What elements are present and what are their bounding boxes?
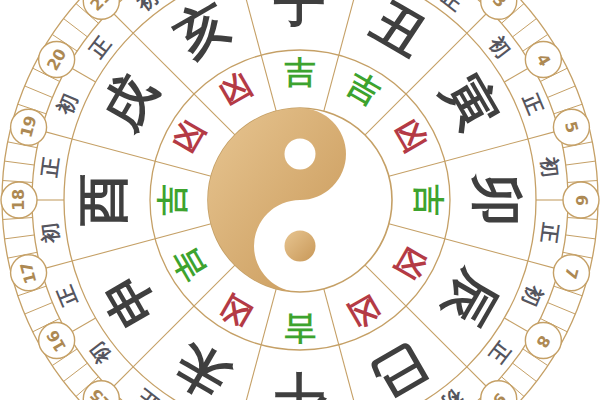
hour-circle: [39, 42, 75, 78]
tick-mark: [64, 19, 88, 37]
sector-line: [133, 265, 235, 367]
hour-circle: [563, 182, 599, 218]
hour-circle: [83, 0, 119, 19]
sector-line: [72, 139, 211, 176]
sector-line: [389, 224, 528, 261]
hour-circle: [11, 109, 47, 145]
tick-mark: [5, 235, 35, 239]
yin-yang-gold-dot: [285, 231, 316, 262]
sector-line: [389, 139, 528, 176]
sector-line: [133, 33, 235, 135]
hour-circle: [525, 323, 561, 359]
sector-line: [365, 265, 467, 367]
hour-circle: [553, 255, 589, 291]
yin-yang-white-dot: [285, 139, 316, 170]
hour-wheel: 123456789101112131415161718192021222324子…: [0, 0, 600, 400]
tick-mark: [5, 161, 35, 165]
hour-circle: [39, 323, 75, 359]
hour-circle: [1, 182, 37, 218]
sector-line: [365, 33, 467, 135]
tick-mark: [513, 19, 537, 37]
hour-circle: [481, 381, 517, 400]
tick-mark: [25, 86, 53, 97]
tick-mark: [566, 235, 596, 239]
tick-mark: [548, 303, 576, 314]
tick-mark: [548, 86, 576, 97]
tick-mark: [64, 363, 88, 381]
tick-mark: [513, 363, 537, 381]
hour-circle: [11, 255, 47, 291]
sector-line: [72, 224, 211, 261]
hour-circle: [83, 381, 119, 400]
hour-circle: [525, 42, 561, 78]
tick-mark: [25, 303, 53, 314]
hour-circle: [481, 0, 517, 19]
wheel-graphics: [0, 0, 600, 400]
yin-yang: [208, 108, 392, 292]
tick-mark: [566, 161, 596, 165]
hour-circle: [553, 109, 589, 145]
